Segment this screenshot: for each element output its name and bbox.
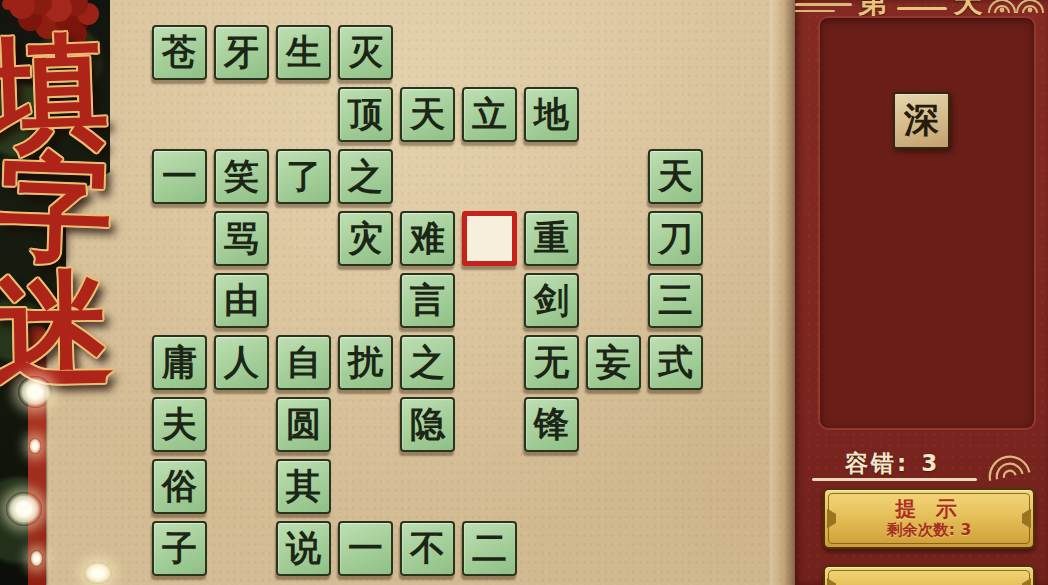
board-tile[interactable]: 灭 xyxy=(338,25,393,80)
board-tile[interactable]: 自 xyxy=(276,335,331,390)
board-tile[interactable]: 隐 xyxy=(400,397,455,452)
cloud-swirl-icon xyxy=(987,0,1045,13)
board-tile[interactable]: 由 xyxy=(214,273,269,328)
hint-button[interactable]: 提 示 剩余次数: 3 xyxy=(823,488,1035,549)
candidate-panel xyxy=(818,16,1036,430)
board-tile[interactable]: 不 xyxy=(400,521,455,576)
button-edge-ornament xyxy=(827,509,836,529)
board-tile[interactable]: 无 xyxy=(524,335,579,390)
button-edge-ornament xyxy=(1022,578,1031,585)
board-tile[interactable]: 子 xyxy=(152,521,207,576)
tolerance-underline xyxy=(812,478,977,481)
button-edge-ornament xyxy=(1022,509,1031,529)
hint-button-title: 提 示 xyxy=(895,497,962,521)
board-tile[interactable]: 一 xyxy=(338,521,393,576)
board-tile[interactable]: 难 xyxy=(400,211,455,266)
board-tile[interactable]: 扰 xyxy=(338,335,393,390)
board-tile[interactable]: 之 xyxy=(338,149,393,204)
board-tile[interactable]: 夫 xyxy=(152,397,207,452)
board-tile[interactable]: 笑 xyxy=(214,149,269,204)
board-tile[interactable]: 之 xyxy=(400,335,455,390)
tolerance-label: 容错: xyxy=(845,450,909,476)
cloud-swirl-icon xyxy=(983,446,1032,482)
board-tile[interactable]: 地 xyxy=(524,87,579,142)
board-tile[interactable]: 生 xyxy=(276,25,331,80)
board-tile[interactable]: 重 xyxy=(524,211,579,266)
board-tile[interactable]: 了 xyxy=(276,149,331,204)
second-button-partial[interactable] xyxy=(823,565,1035,585)
board-tile[interactable]: 立 xyxy=(462,87,517,142)
board-tile[interactable]: 三 xyxy=(648,273,703,328)
game-screen: 填 字 迷 苍牙生灭顶天立地一笑了之天骂灾难重刀由言剑三庸人自扰之无妄式夫圆隐锋… xyxy=(0,0,1048,585)
tolerance-row: 容错:3 xyxy=(845,448,937,479)
board-tile[interactable]: 俗 xyxy=(152,459,207,514)
board-tile[interactable]: 骂 xyxy=(214,211,269,266)
board-tile[interactable]: 式 xyxy=(648,335,703,390)
board-tile[interactable]: 说 xyxy=(276,521,331,576)
board-tile[interactable]: 妄 xyxy=(586,335,641,390)
tolerance-value: 3 xyxy=(921,450,937,476)
selected-empty-cell[interactable] xyxy=(462,211,517,266)
button-edge-ornament xyxy=(827,578,836,585)
board-tile[interactable]: 灾 xyxy=(338,211,393,266)
board-tile[interactable]: 人 xyxy=(214,335,269,390)
board-tile[interactable]: 庸 xyxy=(152,335,207,390)
board-tile[interactable]: 顶 xyxy=(338,87,393,142)
board-tile[interactable]: 天 xyxy=(400,87,455,142)
board-tile[interactable]: 圆 xyxy=(276,397,331,452)
day-blank-underline xyxy=(897,7,947,10)
board-tile[interactable]: 锋 xyxy=(524,397,579,452)
board-tile[interactable]: 苍 xyxy=(152,25,207,80)
board-tile[interactable]: 牙 xyxy=(214,25,269,80)
sidebar: 第天 深 容错:3 提 示 剩余次数: 3 xyxy=(795,0,1048,585)
board-tile[interactable]: 二 xyxy=(462,521,517,576)
board-tile[interactable]: 天 xyxy=(648,149,703,204)
board-tile[interactable]: 一 xyxy=(152,149,207,204)
board-tile[interactable]: 刀 xyxy=(648,211,703,266)
candidate-tile[interactable]: 深 xyxy=(893,92,950,149)
board-tile[interactable]: 剑 xyxy=(524,273,579,328)
board-tile[interactable]: 言 xyxy=(400,273,455,328)
board-tile[interactable]: 其 xyxy=(276,459,331,514)
hint-button-subtitle: 剩余次数: 3 xyxy=(887,521,971,540)
